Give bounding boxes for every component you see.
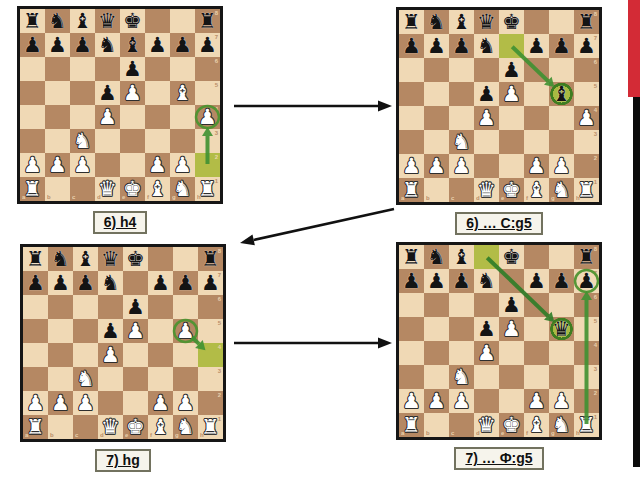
square-e6: ♟ [499,293,524,317]
square-h8: ♜8 [195,9,220,33]
square-f8 [145,9,170,33]
square-f4 [148,343,173,367]
square-e2 [123,391,148,415]
square-g7: ♟ [549,269,574,293]
square-f1: ♝f [524,413,549,437]
square-e3 [499,365,524,389]
square-d6 [95,57,120,81]
square-a3 [23,367,48,391]
page-root: { "game": "chess", "description_visible"… [0,0,640,480]
square-g2: ♟ [549,389,574,413]
piece-black-rook: ♜ [195,9,220,33]
piece-black-bishop: ♝ [549,82,574,106]
piece-black-knight: ♞ [98,271,123,295]
rank-label-2: 2 [594,155,597,161]
square-e3 [499,130,524,154]
square-f4 [524,106,549,130]
move-caption-4-text: 7) … Ф:g5 [465,450,532,466]
rank-label-3: 3 [594,366,597,372]
red-stripe [628,0,640,97]
square-e6: ♟ [123,295,148,319]
piece-white-pawn: ♟ [499,317,524,341]
rank-label-6: 6 [594,59,597,65]
square-h5: 5 [198,319,223,343]
square-c4 [449,341,474,365]
piece-white-pawn: ♟ [20,153,45,177]
piece-white-rook: ♜ [198,415,223,439]
piece-white-pawn: ♟ [399,154,424,178]
piece-black-pawn: ♟ [524,34,549,58]
square-e4 [499,106,524,130]
piece-black-pawn: ♟ [73,271,98,295]
piece-white-pawn: ♟ [424,154,449,178]
square-e1: ♚e [123,415,148,439]
square-a6 [23,295,48,319]
square-b7: ♟ [424,269,449,293]
piece-black-pawn: ♟ [170,33,195,57]
arrow-board1-to-board2-head [378,101,392,112]
square-b5 [48,319,73,343]
arrow-board2-to-board3-shaft [254,209,394,240]
square-h1: ♜1h [574,413,599,437]
file-label-c: c [451,430,454,436]
piece-white-pawn: ♟ [574,106,599,130]
piece-black-queen: ♛ [474,10,499,34]
piece-white-queen: ♛ [95,177,120,201]
square-e1: ♚e [120,177,145,201]
square-a5 [23,319,48,343]
square-b2: ♟ [45,153,70,177]
square-b8: ♞ [48,247,73,271]
piece-black-pawn: ♟ [574,269,599,293]
square-c7: ♟ [73,271,98,295]
piece-white-king: ♚ [499,413,524,437]
square-g7: ♟ [170,33,195,57]
square-d8: ♛ [98,247,123,271]
square-h7: ♟7 [195,33,220,57]
piece-white-pawn: ♟ [45,153,70,177]
square-g8 [170,9,195,33]
square-g1: ♞g [549,178,574,202]
square-c6 [449,58,474,82]
piece-black-rook: ♜ [20,9,45,33]
square-d2 [474,389,499,413]
piece-black-pawn: ♟ [123,295,148,319]
piece-white-rook: ♜ [399,413,424,437]
square-e2 [499,389,524,413]
square-b6 [424,58,449,82]
square-a5 [399,317,424,341]
piece-black-pawn: ♟ [574,34,599,58]
square-g1: ♞g [170,177,195,201]
square-c4 [73,343,98,367]
square-b7: ♟ [424,34,449,58]
square-d7: ♞ [98,271,123,295]
square-d8: ♛ [474,10,499,34]
square-h7: ♟7 [198,271,223,295]
square-d2 [95,153,120,177]
square-b2: ♟ [424,389,449,413]
square-f8 [524,10,549,34]
square-d7: ♞ [474,34,499,58]
piece-black-pawn: ♟ [499,58,524,82]
square-e1: ♚e [499,413,524,437]
square-f5 [524,317,549,341]
chess-board-4: ♜♞♝♚♜8♟♟♟♞♟♟♟7♟6♟♟♛5♟4♞3♟♟♟♟♟2♜abc♛d♚e♝f… [396,242,602,440]
square-h7: ♟7 [574,34,599,58]
piece-black-pawn: ♟ [198,271,223,295]
piece-black-rook: ♜ [23,247,48,271]
square-a2: ♟ [23,391,48,415]
square-c3: ♞ [73,367,98,391]
square-c5 [449,317,474,341]
move-caption-3-text: 7) hg [106,452,139,468]
square-b4 [45,105,70,129]
square-b1: b [424,178,449,202]
piece-black-pawn: ♟ [499,293,524,317]
piece-black-rook: ♜ [399,10,424,34]
piece-white-knight: ♞ [70,129,95,153]
file-label-c: c [75,432,78,438]
square-g8 [173,247,198,271]
square-h1: ♜1h [574,178,599,202]
square-d5: ♟ [95,81,120,105]
square-b3 [424,365,449,389]
square-g4 [549,341,574,365]
file-label-b: b [50,432,54,438]
rank-label-3: 3 [215,130,218,136]
square-b5 [424,317,449,341]
square-a4 [399,106,424,130]
square-b7: ♟ [45,33,70,57]
square-b8: ♞ [424,10,449,34]
square-d5: ♟ [474,317,499,341]
square-d2 [474,154,499,178]
square-b7: ♟ [48,271,73,295]
square-c8: ♝ [73,247,98,271]
square-f1: ♝f [148,415,173,439]
square-e6: ♟ [499,58,524,82]
square-a3 [20,129,45,153]
square-e1: ♚e [499,178,524,202]
square-f2: ♟ [145,153,170,177]
move-caption-1-text: 6) h4 [104,214,137,230]
square-c4 [70,105,95,129]
square-g6 [170,57,195,81]
square-g3 [549,365,574,389]
piece-black-pawn: ♟ [424,34,449,58]
piece-white-bishop: ♝ [524,413,549,437]
piece-black-bishop: ♝ [449,245,474,269]
square-g7: ♟ [173,271,198,295]
piece-white-knight: ♞ [170,177,195,201]
board-1-wrap: ♜♞♝♛♚♜8♟♟♟♞♝♟♟♟7♟6♟♟♝5♟♟4♞3♟♟♟♟♟2♜abc♛d♚… [17,6,223,204]
square-h5: 5 [574,82,599,106]
piece-white-pawn: ♟ [195,105,220,129]
piece-white-rook: ♜ [574,413,599,437]
square-d5: ♟ [474,82,499,106]
piece-black-pawn: ♟ [474,82,499,106]
square-g5: ♝ [549,82,574,106]
square-c1: c [73,415,98,439]
piece-white-pawn: ♟ [524,389,549,413]
black-stripe [633,97,640,467]
piece-black-rook: ♜ [574,245,599,269]
piece-black-rook: ♜ [198,247,223,271]
rank-label-2: 2 [594,390,597,396]
square-a1: ♜a [399,178,424,202]
square-a7: ♟ [399,34,424,58]
square-g4 [549,106,574,130]
board-4-wrap: ♜♞♝♚♜8♟♟♟♞♟♟♟7♟6♟♟♛5♟4♞3♟♟♟♟♟2♜abc♛d♚e♝f… [396,242,602,440]
piece-black-pawn: ♟ [23,271,48,295]
piece-white-pawn: ♟ [424,389,449,413]
square-a8: ♜ [399,245,424,269]
arrow-board3-to-board4-head [378,338,392,349]
rank-label-6: 6 [218,296,221,302]
square-f6 [148,295,173,319]
piece-white-pawn: ♟ [173,391,198,415]
square-e7: ♝ [120,33,145,57]
square-h1: ♜1h [198,415,223,439]
piece-white-bishop: ♝ [170,81,195,105]
square-h4: ♟4 [195,105,220,129]
piece-black-pawn: ♟ [48,271,73,295]
square-f5 [148,319,173,343]
piece-black-pawn: ♟ [20,33,45,57]
piece-black-king: ♚ [499,10,524,34]
square-g6 [173,295,198,319]
square-h3: 3 [198,367,223,391]
square-d6 [474,58,499,82]
piece-black-queen: ♛ [98,247,123,271]
move-caption-3: 7) hg [95,449,150,472]
piece-white-rook: ♜ [195,177,220,201]
square-g1: ♞g [173,415,198,439]
square-c8: ♝ [449,245,474,269]
square-a4 [20,105,45,129]
piece-white-pawn: ♟ [145,153,170,177]
square-g3 [173,367,198,391]
chess-board-3: ♜♞♝♛♚♜8♟♟♟♞♟♟♟7♟6♟♟♟5♟4♞3♟♟♟♟♟2♜abc♛d♚e♝… [20,244,226,442]
chess-board-1: ♜♞♝♛♚♜8♟♟♟♞♝♟♟♟7♟6♟♟♝5♟♟4♞3♟♟♟♟♟2♜abc♛d♚… [17,6,223,204]
piece-black-pawn: ♟ [173,271,198,295]
square-a5 [399,82,424,106]
square-c2: ♟ [449,154,474,178]
square-f2: ♟ [524,389,549,413]
square-c7: ♟ [449,269,474,293]
square-b6 [424,293,449,317]
square-d7: ♞ [474,269,499,293]
board-panel-2: ♜♞♝♛♚♜8♟♟♟♞♟♟♟7♟6♟♟♝5♟♟4♞3♟♟♟♟♟2♜abc♛d♚e… [396,7,602,235]
square-d2 [98,391,123,415]
chess-board-2: ♜♞♝♛♚♜8♟♟♟♞♟♟♟7♟6♟♟♝5♟♟4♞3♟♟♟♟♟2♜abc♛d♚e… [396,7,602,205]
square-h2: 2 [574,154,599,178]
piece-black-knight: ♞ [95,33,120,57]
slide: ♜♞♝♛♚♜8♟♟♟♞♝♟♟♟7♟6♟♟♝5♟♟4♞3♟♟♟♟♟2♜abc♛d♚… [0,0,640,480]
piece-white-pawn: ♟ [474,106,499,130]
square-f4 [524,341,549,365]
piece-white-pawn: ♟ [23,391,48,415]
square-d3 [474,130,499,154]
square-f7: ♟ [148,271,173,295]
square-a8: ♜ [23,247,48,271]
square-a6 [20,57,45,81]
piece-white-pawn: ♟ [120,81,145,105]
square-d4: ♟ [474,341,499,365]
square-e7 [123,271,148,295]
piece-black-king: ♚ [499,245,524,269]
move-caption-2: 6) … С:g5 [455,212,542,235]
square-h4: ♟4 [574,106,599,130]
piece-white-bishop: ♝ [148,415,173,439]
piece-black-pawn: ♟ [449,269,474,293]
square-h8: ♜8 [198,247,223,271]
square-h2: 2 [198,391,223,415]
square-c6 [73,295,98,319]
piece-black-knight: ♞ [424,10,449,34]
piece-white-pawn: ♟ [70,153,95,177]
square-e4 [499,341,524,365]
square-h3: 3 [574,130,599,154]
square-e5: ♟ [499,82,524,106]
square-f7: ♟ [524,34,549,58]
piece-white-queen: ♛ [98,415,123,439]
rank-label-5: 5 [218,320,221,326]
move-caption-1: 6) h4 [93,211,148,234]
square-f3 [145,129,170,153]
square-h6: 6 [195,57,220,81]
square-h4: 4 [574,341,599,365]
square-a1: ♜a [23,415,48,439]
square-a5 [20,81,45,105]
rank-label-2: 2 [215,154,218,160]
piece-white-pawn: ♟ [524,154,549,178]
square-a8: ♜ [399,10,424,34]
square-a2: ♟ [399,389,424,413]
square-a3 [399,130,424,154]
square-e8: ♚ [499,245,524,269]
piece-white-bishop: ♝ [524,178,549,202]
square-a8: ♜ [20,9,45,33]
piece-white-knight: ♞ [549,413,574,437]
square-h3: 3 [574,365,599,389]
square-b8: ♞ [45,9,70,33]
rank-label-6: 6 [594,294,597,300]
square-e7 [499,269,524,293]
piece-white-pawn: ♟ [170,153,195,177]
square-d1: ♛d [98,415,123,439]
piece-white-pawn: ♟ [449,389,474,413]
rank-label-5: 5 [215,82,218,88]
square-h4: 4 [198,343,223,367]
square-b4 [424,341,449,365]
square-c7: ♟ [449,34,474,58]
piece-white-knight: ♞ [173,415,198,439]
square-e2 [499,154,524,178]
piece-black-pawn: ♟ [195,33,220,57]
square-d8 [474,245,499,269]
square-e3 [123,367,148,391]
piece-white-rook: ♜ [399,178,424,202]
piece-white-pawn: ♟ [474,341,499,365]
square-g8 [549,245,574,269]
square-a7: ♟ [399,269,424,293]
piece-black-bishop: ♝ [73,247,98,271]
square-f1: ♝f [145,177,170,201]
piece-white-pawn: ♟ [48,391,73,415]
piece-white-pawn: ♟ [73,391,98,415]
square-b2: ♟ [424,154,449,178]
piece-white-rook: ♜ [20,177,45,201]
square-d1: ♛d [95,177,120,201]
square-c5 [73,319,98,343]
square-a7: ♟ [23,271,48,295]
piece-black-pawn: ♟ [45,33,70,57]
piece-black-pawn: ♟ [524,269,549,293]
square-c7: ♟ [70,33,95,57]
file-label-b: b [47,194,51,200]
rank-label-4: 4 [594,342,597,348]
square-d1: ♛d [474,413,499,437]
square-e5: ♟ [120,81,145,105]
rank-label-2: 2 [218,392,221,398]
board-panel-4: ♜♞♝♚♜8♟♟♟♞♟♟♟7♟6♟♟♛5♟4♞3♟♟♟♟♟2♜abc♛d♚e♝f… [396,242,602,470]
move-caption-2-text: 6) … С:g5 [466,215,531,231]
piece-black-bishop: ♝ [70,9,95,33]
square-d6 [98,295,123,319]
square-b5 [424,82,449,106]
piece-black-knight: ♞ [424,245,449,269]
square-c6 [70,57,95,81]
file-label-c: c [451,195,454,201]
piece-black-pawn: ♟ [449,34,474,58]
piece-black-pawn: ♟ [399,269,424,293]
board-2-wrap: ♜♞♝♛♚♜8♟♟♟♞♟♟♟7♟6♟♟♝5♟♟4♞3♟♟♟♟♟2♜abc♛d♚e… [396,7,602,205]
square-f6 [145,57,170,81]
square-d4: ♟ [95,105,120,129]
rank-label-3: 3 [594,131,597,137]
piece-black-pawn: ♟ [95,81,120,105]
square-d4: ♟ [98,343,123,367]
piece-white-king: ♚ [499,178,524,202]
square-b3 [48,367,73,391]
piece-white-rook: ♜ [23,415,48,439]
piece-white-knight: ♞ [549,178,574,202]
piece-black-pawn: ♟ [120,57,145,81]
square-a2: ♟ [399,154,424,178]
piece-black-queen: ♛ [549,317,574,341]
square-g1: ♞g [549,413,574,437]
piece-white-pawn: ♟ [499,82,524,106]
board-panel-1: ♜♞♝♛♚♜8♟♟♟♞♝♟♟♟7♟6♟♟♝5♟♟4♞3♟♟♟♟♟2♜abc♛d♚… [17,6,223,234]
piece-black-pawn: ♟ [70,33,95,57]
square-c8: ♝ [70,9,95,33]
piece-black-pawn: ♟ [549,269,574,293]
square-b6 [48,295,73,319]
square-d1: ♛d [474,178,499,202]
square-b3 [45,129,70,153]
rank-label-3: 3 [218,368,221,374]
square-h3: 3 [195,129,220,153]
piece-black-queen: ♛ [95,9,120,33]
piece-black-knight: ♞ [48,247,73,271]
square-c2: ♟ [73,391,98,415]
square-h2: 2 [195,153,220,177]
rank-label-4: 4 [218,344,221,350]
square-h7: ♟7 [574,269,599,293]
square-h8: ♜8 [574,10,599,34]
